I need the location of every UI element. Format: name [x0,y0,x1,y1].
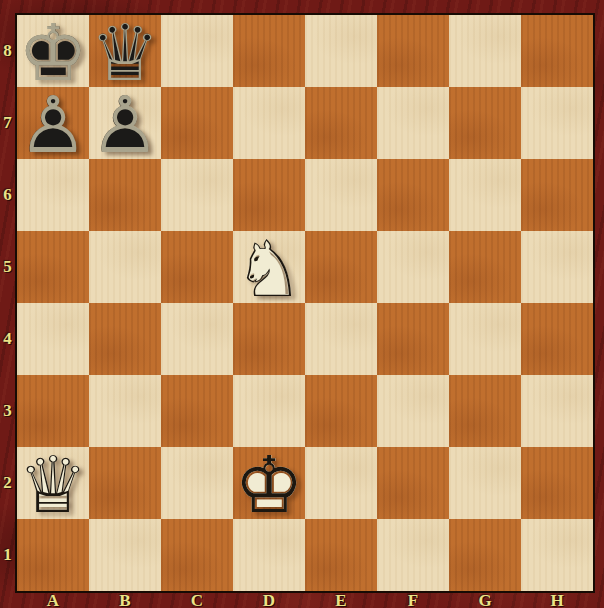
square-c5[interactable] [161,231,233,303]
square-h5[interactable] [521,231,593,303]
square-b4[interactable] [89,303,161,375]
square-d6[interactable] [233,159,305,231]
square-g2[interactable] [449,447,521,519]
square-h4[interactable] [521,303,593,375]
square-b8[interactable]: ♛♕ [89,15,161,87]
square-a2[interactable]: ♛♕ [17,447,89,519]
square-b5[interactable] [89,231,161,303]
square-d8[interactable] [233,15,305,87]
square-c7[interactable] [161,87,233,159]
square-e1[interactable] [305,519,377,591]
rank-label-6: 6 [0,159,15,231]
square-e2[interactable] [305,447,377,519]
square-g1[interactable] [449,519,521,591]
rank-labels: 87654321 [0,15,15,591]
square-g3[interactable] [449,375,521,447]
square-d5[interactable]: ♞♘ [233,231,305,303]
piece-black-pawn[interactable]: ♟♙ [17,87,89,159]
file-label-d: D [233,593,305,608]
square-c3[interactable] [161,375,233,447]
square-b3[interactable] [89,375,161,447]
file-labels: ABCDEFGH [17,593,593,608]
file-label-c: C [161,593,233,608]
square-h7[interactable] [521,87,593,159]
square-f3[interactable] [377,375,449,447]
square-g5[interactable] [449,231,521,303]
file-label-a: A [17,593,89,608]
rank-label-8: 8 [0,15,15,87]
file-label-g: G [449,593,521,608]
square-e5[interactable] [305,231,377,303]
chess-board[interactable]: ♚♔♛♕♟♙♟♙♞♘♛♕♚♔ [15,13,595,593]
square-b2[interactable] [89,447,161,519]
square-b7[interactable]: ♟♙ [89,87,161,159]
square-b1[interactable] [89,519,161,591]
white-king-outline: ♔ [233,449,305,521]
rank-label-4: 4 [0,303,15,375]
square-e8[interactable] [305,15,377,87]
rank-label-5: 5 [0,231,15,303]
square-d2[interactable]: ♚♔ [233,447,305,519]
square-f4[interactable] [377,303,449,375]
piece-white-king[interactable]: ♚♔ [233,447,305,519]
square-d7[interactable] [233,87,305,159]
rank-label-7: 7 [0,87,15,159]
square-a1[interactable] [17,519,89,591]
square-h2[interactable] [521,447,593,519]
black-king-outline: ♔ [17,17,89,89]
piece-black-king[interactable]: ♚♔ [17,15,89,87]
square-h8[interactable] [521,15,593,87]
piece-white-knight[interactable]: ♞♘ [233,231,305,303]
square-a8[interactable]: ♚♔ [17,15,89,87]
file-label-h: H [521,593,593,608]
square-a7[interactable]: ♟♙ [17,87,89,159]
square-d1[interactable] [233,519,305,591]
square-h1[interactable] [521,519,593,591]
square-e6[interactable] [305,159,377,231]
rank-label-2: 2 [0,447,15,519]
square-e3[interactable] [305,375,377,447]
square-e4[interactable] [305,303,377,375]
square-a5[interactable] [17,231,89,303]
square-f1[interactable] [377,519,449,591]
square-f2[interactable] [377,447,449,519]
square-c2[interactable] [161,447,233,519]
white-queen-outline: ♕ [17,449,89,521]
black-queen-outline: ♕ [89,17,161,89]
square-h3[interactable] [521,375,593,447]
square-g7[interactable] [449,87,521,159]
square-a4[interactable] [17,303,89,375]
file-label-b: B [89,593,161,608]
square-h6[interactable] [521,159,593,231]
square-b6[interactable] [89,159,161,231]
square-d3[interactable] [233,375,305,447]
wood-frame: ♚♔♛♕♟♙♟♙♞♘♛♕♚♔ 87654321 ABCDEFGH [0,0,604,608]
file-label-e: E [305,593,377,608]
square-a6[interactable] [17,159,89,231]
black-pawn-outline: ♙ [89,89,161,161]
square-c6[interactable] [161,159,233,231]
square-d4[interactable] [233,303,305,375]
piece-black-queen[interactable]: ♛♕ [89,15,161,87]
square-c1[interactable] [161,519,233,591]
square-c4[interactable] [161,303,233,375]
rank-label-3: 3 [0,375,15,447]
square-f5[interactable] [377,231,449,303]
square-f8[interactable] [377,15,449,87]
square-f7[interactable] [377,87,449,159]
piece-black-pawn[interactable]: ♟♙ [89,87,161,159]
square-e7[interactable] [305,87,377,159]
piece-white-queen[interactable]: ♛♕ [17,447,89,519]
square-a3[interactable] [17,375,89,447]
file-label-f: F [377,593,449,608]
white-knight-outline: ♘ [233,233,305,305]
square-g6[interactable] [449,159,521,231]
black-pawn-outline: ♙ [17,89,89,161]
square-c8[interactable] [161,15,233,87]
square-f6[interactable] [377,159,449,231]
rank-label-1: 1 [0,519,15,591]
square-g8[interactable] [449,15,521,87]
square-g4[interactable] [449,303,521,375]
